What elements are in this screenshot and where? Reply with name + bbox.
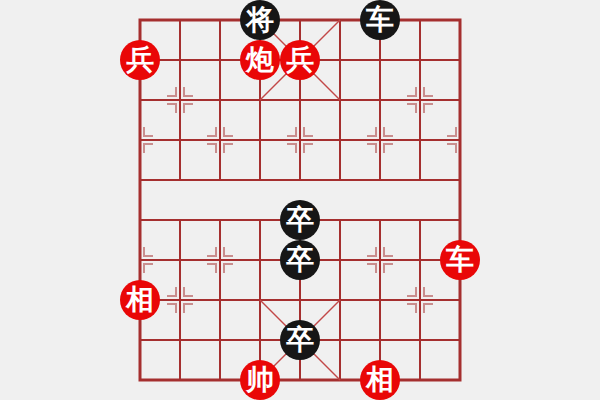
piece-black-soldier-c[interactable]: 卒 [280, 320, 320, 360]
xiangqi-board: 将车兵炮兵卒卒车相卒帅相 [0, 0, 600, 400]
piece-black-chariot[interactable]: 车 [360, 0, 400, 40]
piece-red-cannon[interactable]: 炮 [240, 40, 280, 80]
piece-red-soldier-b[interactable]: 兵 [280, 40, 320, 80]
piece-red-elephant-b[interactable]: 相 [360, 360, 400, 400]
piece-red-general[interactable]: 帅 [240, 360, 280, 400]
piece-red-chariot[interactable]: 车 [440, 240, 480, 280]
pieces-layer: 将车兵炮兵卒卒车相卒帅相 [120, 0, 480, 400]
piece-red-soldier-a[interactable]: 兵 [120, 40, 160, 80]
piece-black-general[interactable]: 将 [240, 0, 280, 40]
piece-black-soldier-a[interactable]: 卒 [280, 200, 320, 240]
piece-black-soldier-b[interactable]: 卒 [280, 240, 320, 280]
piece-red-elephant-a[interactable]: 相 [120, 280, 160, 320]
